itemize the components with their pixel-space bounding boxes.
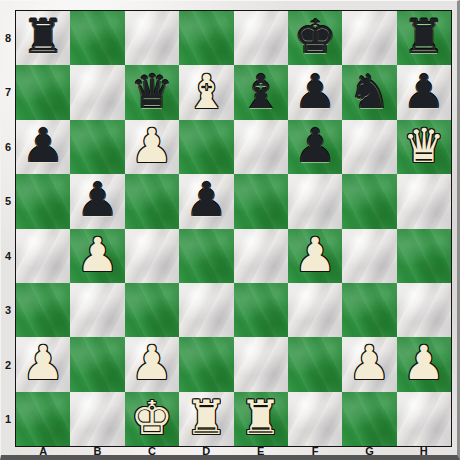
file-label-a: A	[16, 446, 70, 458]
rank-label-3: 3	[1, 284, 15, 339]
square-f7[interactable]: ♟	[288, 65, 342, 119]
piece-black-rook[interactable]: ♜	[403, 11, 445, 64]
piece-white-bishop[interactable]: ♝	[185, 65, 227, 118]
piece-black-pawn[interactable]: ♟	[22, 120, 64, 173]
square-d5[interactable]: ♟	[179, 174, 233, 228]
square-e6[interactable]	[234, 120, 288, 174]
piece-white-queen[interactable]: ♛	[403, 120, 445, 173]
square-b1[interactable]	[70, 392, 124, 446]
piece-white-pawn[interactable]: ♟	[131, 337, 173, 390]
piece-white-king[interactable]: ♚	[131, 392, 173, 445]
square-a3[interactable]	[16, 283, 70, 337]
rank-label-2: 2	[1, 338, 15, 393]
square-b2[interactable]	[70, 337, 124, 391]
file-labels: ABCDEFGH	[16, 446, 451, 458]
piece-white-pawn[interactable]: ♟	[131, 120, 173, 173]
square-h5[interactable]	[397, 174, 451, 228]
rank-label-7: 7	[1, 66, 15, 121]
square-g4[interactable]	[342, 229, 396, 283]
piece-black-knight[interactable]: ♞	[348, 65, 390, 118]
square-c4[interactable]	[125, 229, 179, 283]
square-a2[interactable]: ♟	[16, 337, 70, 391]
file-label-f: F	[288, 446, 342, 458]
piece-white-rook[interactable]: ♜	[240, 392, 282, 445]
piece-white-rook[interactable]: ♜	[185, 392, 227, 445]
square-d3[interactable]	[179, 283, 233, 337]
square-a1[interactable]	[16, 392, 70, 446]
piece-white-pawn[interactable]: ♟	[22, 337, 64, 390]
square-d2[interactable]	[179, 337, 233, 391]
square-a6[interactable]: ♟	[16, 120, 70, 174]
square-b4[interactable]: ♟	[70, 229, 124, 283]
square-a8[interactable]: ♜	[16, 11, 70, 65]
square-g3[interactable]	[342, 283, 396, 337]
square-g1[interactable]	[342, 392, 396, 446]
piece-white-pawn[interactable]: ♟	[294, 229, 336, 282]
square-e2[interactable]	[234, 337, 288, 391]
chess-board-window: 87654321 ABCDEFGH ♜♚♜♛♝♝♟♞♟♟♟♟♛♟♟♟♟♟♟♟♟♚…	[0, 0, 460, 460]
piece-black-pawn[interactable]: ♟	[294, 65, 336, 118]
square-a5[interactable]	[16, 174, 70, 228]
square-h8[interactable]: ♜	[397, 11, 451, 65]
square-c3[interactable]	[125, 283, 179, 337]
file-label-e: E	[234, 446, 288, 458]
rank-label-4: 4	[1, 229, 15, 284]
piece-black-bishop[interactable]: ♝	[240, 65, 282, 118]
piece-white-pawn[interactable]: ♟	[348, 337, 390, 390]
file-label-c: C	[125, 446, 179, 458]
square-h2[interactable]: ♟	[397, 337, 451, 391]
square-f2[interactable]	[288, 337, 342, 391]
square-c5[interactable]	[125, 174, 179, 228]
piece-black-king[interactable]: ♚	[294, 11, 336, 64]
square-h1[interactable]	[397, 392, 451, 446]
square-c8[interactable]	[125, 11, 179, 65]
file-label-g: G	[342, 446, 396, 458]
square-e8[interactable]	[234, 11, 288, 65]
piece-black-pawn[interactable]: ♟	[403, 65, 445, 118]
square-b8[interactable]	[70, 11, 124, 65]
square-c2[interactable]: ♟	[125, 337, 179, 391]
square-g2[interactable]: ♟	[342, 337, 396, 391]
square-e5[interactable]	[234, 174, 288, 228]
piece-black-pawn[interactable]: ♟	[76, 174, 118, 227]
square-h3[interactable]	[397, 283, 451, 337]
square-d1[interactable]: ♜	[179, 392, 233, 446]
chess-board: ♜♚♜♛♝♝♟♞♟♟♟♟♛♟♟♟♟♟♟♟♟♚♜♜	[15, 10, 452, 447]
square-a4[interactable]	[16, 229, 70, 283]
square-b5[interactable]: ♟	[70, 174, 124, 228]
square-c1[interactable]: ♚	[125, 392, 179, 446]
file-label-h: H	[397, 446, 451, 458]
square-c6[interactable]: ♟	[125, 120, 179, 174]
square-h4[interactable]	[397, 229, 451, 283]
square-h7[interactable]: ♟	[397, 65, 451, 119]
rank-label-6: 6	[1, 120, 15, 175]
square-g6[interactable]	[342, 120, 396, 174]
square-b3[interactable]	[70, 283, 124, 337]
piece-white-pawn[interactable]: ♟	[76, 229, 118, 282]
file-label-d: D	[179, 446, 233, 458]
piece-black-queen[interactable]: ♛	[131, 65, 173, 118]
square-e1[interactable]: ♜	[234, 392, 288, 446]
square-g7[interactable]: ♞	[342, 65, 396, 119]
square-f3[interactable]	[288, 283, 342, 337]
square-e7[interactable]: ♝	[234, 65, 288, 119]
square-d8[interactable]	[179, 11, 233, 65]
square-f8[interactable]: ♚	[288, 11, 342, 65]
piece-black-rook[interactable]: ♜	[22, 11, 64, 64]
square-f4[interactable]: ♟	[288, 229, 342, 283]
square-d7[interactable]: ♝	[179, 65, 233, 119]
rank-label-1: 1	[1, 393, 15, 448]
piece-black-pawn[interactable]: ♟	[294, 120, 336, 173]
rank-labels: 87654321	[1, 11, 15, 447]
square-f1[interactable]	[288, 392, 342, 446]
square-g8[interactable]	[342, 11, 396, 65]
square-f6[interactable]: ♟	[288, 120, 342, 174]
square-d4[interactable]	[179, 229, 233, 283]
square-f5[interactable]	[288, 174, 342, 228]
square-e3[interactable]	[234, 283, 288, 337]
square-d6[interactable]	[179, 120, 233, 174]
piece-white-pawn[interactable]: ♟	[403, 337, 445, 390]
square-c7[interactable]: ♛	[125, 65, 179, 119]
file-label-b: B	[70, 446, 124, 458]
rank-label-8: 8	[1, 11, 15, 66]
rank-label-5: 5	[1, 175, 15, 230]
square-b7[interactable]	[70, 65, 124, 119]
square-a7[interactable]	[16, 65, 70, 119]
square-e4[interactable]	[234, 229, 288, 283]
piece-black-pawn[interactable]: ♟	[185, 174, 227, 227]
square-g5[interactable]	[342, 174, 396, 228]
square-b6[interactable]	[70, 120, 124, 174]
square-h6[interactable]: ♛	[397, 120, 451, 174]
